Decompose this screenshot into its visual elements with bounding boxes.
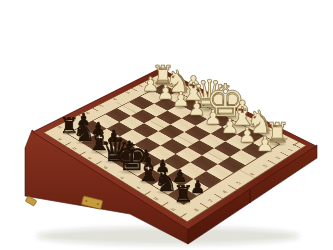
chess-set-photo: 87654321 87654321 abcdefgh abcdefgh ♜♟♞♟…	[0, 0, 333, 250]
